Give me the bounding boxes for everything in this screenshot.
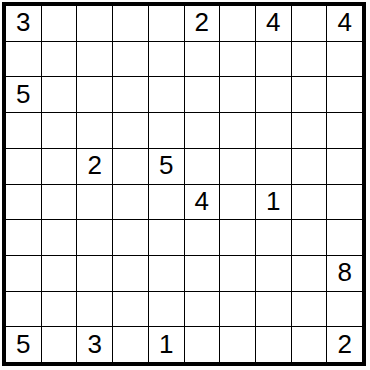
cell-r6c5[interactable] — [149, 185, 184, 220]
cell-r6c9[interactable] — [292, 185, 327, 220]
cell-r10c3[interactable]: 3 — [77, 327, 112, 362]
cell-r1c1[interactable]: 3 — [6, 6, 41, 41]
cell-r7c2[interactable] — [42, 220, 77, 255]
cell-r2c8[interactable] — [256, 42, 291, 77]
cell-r8c9[interactable] — [292, 256, 327, 291]
cell-r5c7[interactable] — [220, 149, 255, 184]
cell-r3c7[interactable] — [220, 77, 255, 112]
cell-r7c8[interactable] — [256, 220, 291, 255]
cell-r2c1[interactable] — [6, 42, 41, 77]
cell-r1c4[interactable] — [113, 6, 148, 41]
cell-r6c2[interactable] — [42, 185, 77, 220]
cell-r7c3[interactable] — [77, 220, 112, 255]
clue-number: 1 — [159, 331, 173, 357]
cell-r8c2[interactable] — [42, 256, 77, 291]
cell-r10c4[interactable] — [113, 327, 148, 362]
cell-r1c2[interactable] — [42, 6, 77, 41]
cell-r1c8[interactable]: 4 — [256, 6, 291, 41]
cell-r8c6[interactable] — [185, 256, 220, 291]
cell-r8c8[interactable] — [256, 256, 291, 291]
cell-r1c3[interactable] — [77, 6, 112, 41]
cell-r4c3[interactable] — [77, 113, 112, 148]
cell-r9c5[interactable] — [149, 292, 184, 327]
cell-r4c5[interactable] — [149, 113, 184, 148]
cell-r3c8[interactable] — [256, 77, 291, 112]
cell-r6c7[interactable] — [220, 185, 255, 220]
cell-r9c9[interactable] — [292, 292, 327, 327]
clue-number: 2 — [195, 9, 209, 35]
cell-r4c8[interactable] — [256, 113, 291, 148]
cell-r9c8[interactable] — [256, 292, 291, 327]
cell-r8c1[interactable] — [6, 256, 41, 291]
cell-r6c10[interactable] — [327, 185, 362, 220]
clue-number: 3 — [88, 331, 102, 357]
clue-number: 4 — [266, 9, 280, 35]
clue-number: 5 — [159, 152, 173, 178]
cell-r8c4[interactable] — [113, 256, 148, 291]
cell-r4c9[interactable] — [292, 113, 327, 148]
cell-r7c4[interactable] — [113, 220, 148, 255]
cell-r9c1[interactable] — [6, 292, 41, 327]
puzzle-page: 32445254185312 — [0, 0, 370, 370]
cell-r10c8[interactable] — [256, 327, 291, 362]
cell-r5c8[interactable] — [256, 149, 291, 184]
cell-r7c6[interactable] — [185, 220, 220, 255]
cell-r1c9[interactable] — [292, 6, 327, 41]
cell-r3c2[interactable] — [42, 77, 77, 112]
cell-r7c7[interactable] — [220, 220, 255, 255]
cell-r3c3[interactable] — [77, 77, 112, 112]
cell-r2c4[interactable] — [113, 42, 148, 77]
cell-r5c4[interactable] — [113, 149, 148, 184]
cell-r4c10[interactable] — [327, 113, 362, 148]
clue-number: 4 — [195, 188, 209, 214]
cell-r6c4[interactable] — [113, 185, 148, 220]
cell-r2c5[interactable] — [149, 42, 184, 77]
cell-r8c3[interactable] — [77, 256, 112, 291]
cell-r10c6[interactable] — [185, 327, 220, 362]
cell-r2c10[interactable] — [327, 42, 362, 77]
cell-r10c10[interactable]: 2 — [327, 327, 362, 362]
cell-r9c7[interactable] — [220, 292, 255, 327]
cell-r4c1[interactable] — [6, 113, 41, 148]
cell-r2c2[interactable] — [42, 42, 77, 77]
cell-r10c7[interactable] — [220, 327, 255, 362]
cell-r3c4[interactable] — [113, 77, 148, 112]
cell-r9c3[interactable] — [77, 292, 112, 327]
clue-number: 3 — [16, 9, 30, 35]
puzzle-board: 32445254185312 — [2, 2, 366, 366]
cell-r7c1[interactable] — [6, 220, 41, 255]
clue-number: 4 — [337, 9, 351, 35]
cell-r9c6[interactable] — [185, 292, 220, 327]
cell-r8c7[interactable] — [220, 256, 255, 291]
cell-r3c10[interactable] — [327, 77, 362, 112]
cell-r2c7[interactable] — [220, 42, 255, 77]
cell-r10c2[interactable] — [42, 327, 77, 362]
cell-r9c10[interactable] — [327, 292, 362, 327]
cell-r4c6[interactable] — [185, 113, 220, 148]
cell-r2c9[interactable] — [292, 42, 327, 77]
clue-number: 5 — [16, 81, 30, 107]
cell-r7c10[interactable] — [327, 220, 362, 255]
cell-r3c1[interactable]: 5 — [6, 77, 41, 112]
clue-number: 1 — [266, 188, 280, 214]
cell-r5c9[interactable] — [292, 149, 327, 184]
cell-r6c6[interactable]: 4 — [185, 185, 220, 220]
cell-r10c1[interactable]: 5 — [6, 327, 41, 362]
cell-r8c5[interactable] — [149, 256, 184, 291]
cell-r5c5[interactable]: 5 — [149, 149, 184, 184]
cell-r1c6[interactable]: 2 — [185, 6, 220, 41]
cell-r4c2[interactable] — [42, 113, 77, 148]
cell-r7c9[interactable] — [292, 220, 327, 255]
clue-number: 5 — [16, 331, 30, 357]
clue-number: 2 — [88, 152, 102, 178]
cell-r5c1[interactable] — [6, 149, 41, 184]
cell-r4c4[interactable] — [113, 113, 148, 148]
cell-r3c9[interactable] — [292, 77, 327, 112]
cell-r8c10[interactable]: 8 — [327, 256, 362, 291]
cell-r5c10[interactable] — [327, 149, 362, 184]
cell-r5c3[interactable]: 2 — [77, 149, 112, 184]
cell-r1c10[interactable]: 4 — [327, 6, 362, 41]
cell-r6c1[interactable] — [6, 185, 41, 220]
cell-r3c5[interactable] — [149, 77, 184, 112]
cell-r3c6[interactable] — [185, 77, 220, 112]
cell-r10c9[interactable] — [292, 327, 327, 362]
clue-number: 2 — [337, 331, 351, 357]
cell-r6c8[interactable]: 1 — [256, 185, 291, 220]
cell-r5c6[interactable] — [185, 149, 220, 184]
cell-r7c5[interactable] — [149, 220, 184, 255]
cell-r1c5[interactable] — [149, 6, 184, 41]
cell-r6c3[interactable] — [77, 185, 112, 220]
cell-r4c7[interactable] — [220, 113, 255, 148]
cell-r9c4[interactable] — [113, 292, 148, 327]
cell-r2c3[interactable] — [77, 42, 112, 77]
clue-number: 8 — [337, 259, 351, 285]
cell-r1c7[interactable] — [220, 6, 255, 41]
cell-r2c6[interactable] — [185, 42, 220, 77]
cell-r10c5[interactable]: 1 — [149, 327, 184, 362]
cell-r9c2[interactable] — [42, 292, 77, 327]
cell-r5c2[interactable] — [42, 149, 77, 184]
